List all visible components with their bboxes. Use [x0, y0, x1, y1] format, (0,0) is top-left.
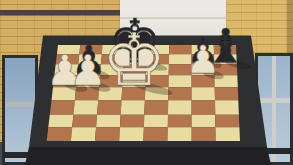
piece-white-pawn-b5[interactable]: ♟	[69, 49, 107, 91]
chess-room-scene: ♚♟♟♝♚♟♟♟	[0, 0, 293, 165]
piece-white-king-d5[interactable]: ♚	[102, 24, 167, 96]
pieces-layer: ♚♟♟♝♚♟♟♟	[0, 0, 293, 165]
piece-white-pawn-g6[interactable]: ♟	[186, 41, 221, 80]
